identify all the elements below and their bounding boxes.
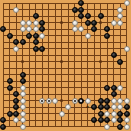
intersection[interactable] (20, 20, 27, 27)
black-stone (104, 98, 110, 104)
point-label: a (86, 105, 89, 109)
intersection[interactable] (124, 124, 131, 131)
black-stone (20, 78, 26, 84)
black-stone (98, 13, 104, 19)
black-stone (85, 20, 91, 26)
black-stone (7, 33, 13, 39)
stone-dot-mark (74, 100, 76, 102)
intersection[interactable] (20, 85, 27, 92)
white-stone (65, 104, 71, 110)
black-stone (20, 39, 26, 45)
intersection[interactable] (20, 124, 27, 131)
white-stone (20, 111, 26, 117)
go-board: a (0, 0, 130, 130)
intersection[interactable] (72, 98, 79, 105)
white-stone (104, 111, 110, 117)
intersection[interactable] (20, 98, 27, 105)
intersection[interactable] (124, 111, 131, 118)
black-stone (78, 13, 84, 19)
white-stone (117, 7, 123, 13)
intersection[interactable] (33, 20, 40, 27)
white-stone (124, 98, 130, 104)
intersection[interactable] (59, 111, 66, 118)
white-stone (111, 104, 117, 110)
black-stone (124, 104, 130, 110)
white-stone (52, 98, 58, 104)
black-stone (39, 26, 45, 32)
star-point (99, 21, 102, 24)
black-stone (13, 91, 19, 97)
star-point (60, 21, 63, 24)
black-stone (20, 72, 26, 78)
white-stone (13, 7, 19, 13)
black-stone (104, 26, 110, 32)
black-stone (0, 117, 6, 123)
black-stone (72, 7, 78, 13)
black-stone (39, 46, 45, 52)
intersection[interactable] (7, 33, 14, 40)
white-stone (124, 46, 130, 52)
white-stone (20, 85, 26, 91)
intersection[interactable] (111, 85, 118, 92)
white-stone (59, 111, 65, 117)
white-stone (20, 20, 26, 26)
white-stone (85, 33, 91, 39)
intersection[interactable] (33, 33, 40, 40)
black-stone (117, 124, 123, 130)
intersection[interactable] (98, 111, 105, 118)
black-stone (124, 111, 130, 117)
white-stone (124, 124, 130, 130)
intersection[interactable] (111, 111, 118, 118)
white-stone (124, 0, 130, 6)
intersection[interactable] (98, 98, 105, 105)
black-stone (104, 85, 110, 91)
black-stone (111, 52, 117, 58)
black-stone (104, 117, 110, 123)
white-stone (20, 124, 26, 130)
black-stone (33, 46, 39, 52)
white-stone (13, 117, 19, 123)
black-stone (117, 111, 123, 117)
intersection[interactable] (46, 98, 53, 105)
black-stone (111, 85, 117, 91)
black-stone (91, 104, 97, 110)
intersection[interactable] (72, 20, 79, 27)
white-stone (33, 26, 39, 32)
white-stone (117, 20, 123, 26)
black-stone (33, 39, 39, 45)
intersection[interactable] (7, 111, 14, 118)
white-stone (20, 91, 26, 97)
black-stone (98, 104, 104, 110)
intersection[interactable] (85, 33, 92, 40)
white-stone (117, 98, 123, 104)
black-stone (98, 111, 104, 117)
black-stone (104, 33, 110, 39)
white-stone (20, 104, 26, 110)
white-stone (117, 13, 123, 19)
black-stone (13, 111, 19, 117)
black-stone (91, 26, 97, 32)
intersection[interactable] (111, 98, 118, 105)
white-stone (13, 46, 19, 52)
black-stone (39, 20, 45, 26)
star-point (60, 99, 63, 102)
black-stone (85, 13, 91, 19)
white-stone (26, 20, 32, 26)
black-stone (117, 117, 123, 123)
intersection[interactable] (20, 72, 27, 79)
black-stone (117, 59, 123, 65)
white-stone (104, 124, 110, 130)
white-stone (111, 20, 117, 26)
star-point (99, 60, 102, 63)
white-stone (72, 26, 78, 32)
white-stone (124, 117, 130, 123)
white-stone (111, 98, 117, 104)
black-stone (111, 91, 117, 97)
black-stone (0, 124, 6, 130)
intersection[interactable] (111, 20, 118, 27)
intersection[interactable] (124, 98, 131, 105)
white-stone (20, 26, 26, 32)
black-stone (78, 0, 84, 6)
white-stone (117, 85, 123, 91)
black-stone (33, 13, 39, 19)
black-stone (13, 104, 19, 110)
black-stone (26, 33, 32, 39)
white-stone (85, 98, 91, 104)
white-stone (72, 20, 78, 26)
black-stone (0, 26, 6, 32)
white-stone (20, 117, 26, 123)
white-stone (26, 26, 32, 32)
white-stone (111, 117, 117, 123)
intersection[interactable] (85, 20, 92, 27)
intersection[interactable] (33, 46, 40, 53)
white-stone (33, 20, 39, 26)
black-stone (7, 78, 13, 84)
white-stone (111, 111, 117, 117)
black-stone (98, 117, 104, 123)
black-stone (78, 7, 84, 13)
black-stone (98, 98, 104, 104)
intersection[interactable] (72, 7, 79, 14)
black-stone (91, 20, 97, 26)
white-stone (39, 33, 45, 39)
black-stone (91, 117, 97, 123)
white-stone (117, 104, 123, 110)
intersection[interactable] (7, 85, 14, 92)
star-point (60, 60, 63, 63)
intersection[interactable] (124, 46, 131, 53)
black-stone (13, 98, 19, 104)
black-stone (33, 33, 39, 39)
star-point (21, 60, 24, 63)
stone-dot-mark (48, 100, 50, 102)
black-stone (13, 39, 19, 45)
white-stone (78, 26, 84, 32)
black-stone (7, 85, 13, 91)
intersection[interactable] (20, 111, 27, 118)
white-stone (20, 98, 26, 104)
black-stone (7, 111, 13, 117)
black-stone (104, 104, 110, 110)
